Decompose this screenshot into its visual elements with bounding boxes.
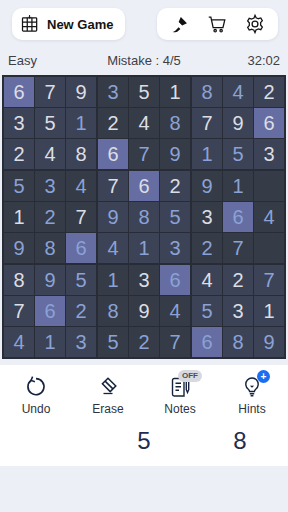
cell-r4c7[interactable]: 9 xyxy=(192,171,222,201)
cell-r7c9[interactable]: 7 xyxy=(254,265,284,295)
sudoku-app-screen: New Game xyxy=(0,0,288,512)
cell-r2c3[interactable]: 1 xyxy=(66,108,96,138)
cell-r7c1[interactable]: 8 xyxy=(4,265,34,295)
difficulty-label[interactable]: Easy xyxy=(8,53,37,68)
cell-r7c7[interactable]: 4 xyxy=(192,265,222,295)
cell-r8c7[interactable]: 5 xyxy=(192,296,222,326)
cell-r4c5[interactable]: 6 xyxy=(129,171,159,201)
sudoku-board: 6793512483512486798427961535341279867629… xyxy=(2,75,286,359)
notes-label: Notes xyxy=(164,402,195,416)
bottom-panel: Undo Erase OFF xyxy=(0,365,288,466)
cell-r9c1[interactable]: 4 xyxy=(4,327,34,357)
numpad-5[interactable]: 5 xyxy=(128,427,160,455)
new-game-button[interactable]: New Game xyxy=(12,8,125,40)
cell-r9c3[interactable]: 3 xyxy=(66,327,96,357)
cell-r3c9[interactable]: 3 xyxy=(254,139,284,169)
cell-r2c6[interactable]: 8 xyxy=(160,108,190,138)
undo-button[interactable]: Undo xyxy=(0,375,72,416)
cell-r4c9[interactable] xyxy=(254,171,284,201)
status-bar: Easy Mistake : 4/5 32:02 xyxy=(0,40,288,75)
cell-r2c2[interactable]: 5 xyxy=(35,108,65,138)
cell-r3c3[interactable]: 8 xyxy=(66,139,96,169)
cell-r8c6[interactable]: 4 xyxy=(160,296,190,326)
box-3: 534127986 xyxy=(4,171,96,263)
cell-r8c9[interactable]: 1 xyxy=(254,296,284,326)
hints-plus-badge: + xyxy=(257,370,270,383)
hints-label: Hints xyxy=(238,402,265,416)
cell-r9c5[interactable]: 2 xyxy=(129,327,159,357)
cell-r6c9[interactable] xyxy=(254,233,284,263)
timer: 32:02 xyxy=(247,53,280,68)
box-0: 679351248 xyxy=(4,77,96,169)
eraser-icon xyxy=(96,375,120,399)
cell-r9c9[interactable]: 9 xyxy=(254,327,284,357)
cell-r9c6[interactable]: 7 xyxy=(160,327,190,357)
cell-r3c1[interactable]: 2 xyxy=(4,139,34,169)
cell-r9c4[interactable]: 5 xyxy=(98,327,128,357)
cell-r2c7[interactable]: 7 xyxy=(192,108,222,138)
cell-r7c5[interactable]: 3 xyxy=(129,265,159,295)
box-6: 895762413 xyxy=(4,265,96,357)
erase-label: Erase xyxy=(92,402,123,416)
cell-r5c6[interactable]: 5 xyxy=(160,202,190,232)
box-4: 762985413 xyxy=(98,171,190,263)
cell-r1c9[interactable]: 2 xyxy=(254,77,284,107)
cell-r3c7[interactable]: 1 xyxy=(192,139,222,169)
cell-r1c5[interactable]: 5 xyxy=(129,77,159,107)
box-7: 136894527 xyxy=(98,265,190,357)
cell-r4c1[interactable]: 5 xyxy=(4,171,34,201)
new-game-grid-icon xyxy=(20,14,40,34)
cell-r8c4[interactable]: 8 xyxy=(98,296,128,326)
cell-r6c2[interactable]: 8 xyxy=(35,233,65,263)
cell-r3c4[interactable]: 6 xyxy=(98,139,128,169)
cell-r4c4[interactable]: 7 xyxy=(98,171,128,201)
cell-r2c8[interactable]: 9 xyxy=(223,108,253,138)
cell-r1c7[interactable]: 8 xyxy=(192,77,222,107)
cell-r1c3[interactable]: 9 xyxy=(66,77,96,107)
cell-r1c8[interactable]: 4 xyxy=(223,77,253,107)
notes-button[interactable]: OFF Notes xyxy=(144,375,216,416)
cell-r7c8[interactable]: 2 xyxy=(223,265,253,295)
cell-r1c2[interactable]: 7 xyxy=(35,77,65,107)
box-2: 842796153 xyxy=(192,77,284,169)
cell-r8c8[interactable]: 3 xyxy=(223,296,253,326)
cell-r5c3[interactable]: 7 xyxy=(66,202,96,232)
cell-r7c2[interactable]: 9 xyxy=(35,265,65,295)
cell-r1c1[interactable]: 6 xyxy=(4,77,34,107)
notes-off-badge: OFF xyxy=(178,370,202,382)
cell-r8c1[interactable]: 7 xyxy=(4,296,34,326)
cell-r6c5[interactable]: 1 xyxy=(129,233,159,263)
cell-r5c9[interactable]: 4 xyxy=(254,202,284,232)
cell-r2c1[interactable]: 3 xyxy=(4,108,34,138)
erase-button[interactable]: Erase xyxy=(72,375,144,416)
cell-r8c2[interactable]: 6 xyxy=(35,296,65,326)
cell-r6c8[interactable]: 7 xyxy=(223,233,253,263)
box-8: 427531689 xyxy=(192,265,284,357)
hints-button[interactable]: + Hints xyxy=(216,375,288,416)
cell-r5c8[interactable]: 6 xyxy=(223,202,253,232)
cell-r9c8[interactable]: 8 xyxy=(223,327,253,357)
cell-r8c3[interactable]: 2 xyxy=(66,296,96,326)
cell-r1c6[interactable]: 1 xyxy=(160,77,190,107)
cell-r2c9[interactable]: 6 xyxy=(254,108,284,138)
cell-r4c2[interactable]: 3 xyxy=(35,171,65,201)
top-bar: New Game xyxy=(0,0,288,40)
cell-r6c6[interactable]: 3 xyxy=(160,233,190,263)
cell-r3c5[interactable]: 7 xyxy=(129,139,159,169)
cell-r7c6[interactable]: 6 xyxy=(160,265,190,295)
cell-r5c7[interactable]: 3 xyxy=(192,202,222,232)
cell-r4c8[interactable]: 1 xyxy=(223,171,253,201)
cell-r2c5[interactable]: 4 xyxy=(129,108,159,138)
cell-r4c3[interactable]: 4 xyxy=(66,171,96,201)
cell-r9c2[interactable]: 1 xyxy=(35,327,65,357)
cell-r5c4[interactable]: 9 xyxy=(98,202,128,232)
cell-r3c8[interactable]: 5 xyxy=(223,139,253,169)
cell-r9c7[interactable]: 6 xyxy=(192,327,222,357)
cell-r6c1[interactable]: 9 xyxy=(4,233,34,263)
box-5: 9136427 xyxy=(192,171,284,263)
undo-icon xyxy=(24,375,48,399)
number-pad: 58 xyxy=(0,418,288,464)
cell-r6c4[interactable]: 4 xyxy=(98,233,128,263)
cell-r7c4[interactable]: 1 xyxy=(98,265,128,295)
cell-r1c4[interactable]: 3 xyxy=(98,77,128,107)
shop-cart-button[interactable] xyxy=(206,13,228,35)
cell-r5c5[interactable]: 8 xyxy=(129,202,159,232)
cell-r7c3[interactable]: 5 xyxy=(66,265,96,295)
cell-r2c4[interactable]: 2 xyxy=(98,108,128,138)
theme-brush-button[interactable] xyxy=(169,14,190,35)
numpad-8[interactable]: 8 xyxy=(224,427,256,455)
cell-r5c1[interactable]: 1 xyxy=(4,202,34,232)
cell-r8c5[interactable]: 9 xyxy=(129,296,159,326)
cell-r3c6[interactable]: 9 xyxy=(160,139,190,169)
cell-r4c6[interactable]: 2 xyxy=(160,171,190,201)
paint-brush-icon xyxy=(169,14,190,35)
cell-r6c3[interactable]: 6 xyxy=(66,233,96,263)
cell-r6c7[interactable]: 2 xyxy=(192,233,222,263)
box-1: 351248679 xyxy=(98,77,190,169)
mistakes-counter: Mistake : 4/5 xyxy=(0,53,288,68)
cell-r3c2[interactable]: 4 xyxy=(35,139,65,169)
top-right-icon-group xyxy=(157,8,278,40)
cell-r5c2[interactable]: 2 xyxy=(35,202,65,232)
action-toolbar: Undo Erase OFF xyxy=(0,375,288,416)
settings-gear-button[interactable] xyxy=(244,13,266,35)
undo-label: Undo xyxy=(22,402,51,416)
gear-icon xyxy=(244,13,266,35)
new-game-label: New Game xyxy=(47,17,113,32)
shopping-cart-icon xyxy=(206,13,228,35)
